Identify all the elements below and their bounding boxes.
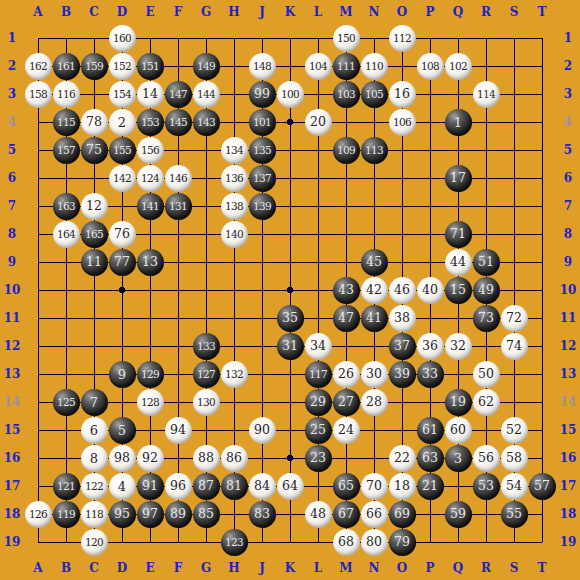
stone-D2[interactable]: 152	[109, 53, 136, 80]
stone-number: 114	[477, 89, 495, 100]
stone-number: 160	[113, 33, 131, 44]
stone-number: 127	[197, 369, 215, 380]
stone-number: 53	[478, 480, 494, 493]
row-label-11: 11	[556, 304, 580, 332]
stone-J5[interactable]: 135	[249, 137, 276, 164]
stone-N10[interactable]: 42	[361, 277, 388, 304]
column-label-C: C	[80, 556, 108, 580]
stone-N13[interactable]: 30	[361, 361, 388, 388]
stone-F18[interactable]: 89	[165, 501, 192, 528]
stone-number: 132	[225, 369, 243, 380]
stone-number: 120	[85, 537, 103, 548]
row-label-13: 13	[556, 360, 580, 388]
stone-F17[interactable]: 96	[165, 473, 192, 500]
stone-number: 23	[310, 452, 326, 465]
column-label-F: F	[164, 0, 192, 24]
stone-A3[interactable]: 158	[25, 81, 52, 108]
stone-E4[interactable]: 153	[137, 109, 164, 136]
stone-B7[interactable]: 163	[53, 193, 80, 220]
stone-L18[interactable]: 48	[305, 501, 332, 528]
stone-B14[interactable]: 125	[53, 389, 80, 416]
stone-C17[interactable]: 122	[81, 473, 108, 500]
stone-C2[interactable]: 159	[81, 53, 108, 80]
stone-number: 31	[282, 340, 298, 353]
stone-C7[interactable]: 12	[81, 193, 108, 220]
stone-D16[interactable]: 98	[109, 445, 136, 472]
stone-L15[interactable]: 25	[305, 417, 332, 444]
stone-number: 124	[141, 173, 159, 184]
stone-L4[interactable]: 20	[305, 109, 332, 136]
row-label-1: 1	[0, 24, 24, 52]
stone-T17[interactable]: 57	[529, 473, 556, 500]
stone-J6[interactable]: 137	[249, 165, 276, 192]
stone-E16[interactable]: 92	[137, 445, 164, 472]
stone-number: 143	[197, 117, 215, 128]
stone-L12[interactable]: 34	[305, 333, 332, 360]
stone-number: 22	[394, 452, 410, 465]
stone-D15[interactable]: 5	[109, 417, 136, 444]
stone-O12[interactable]: 37	[389, 333, 416, 360]
stone-H16[interactable]: 86	[221, 445, 248, 472]
stone-D5[interactable]: 155	[109, 137, 136, 164]
stone-S16[interactable]: 58	[501, 445, 528, 472]
stone-Q6[interactable]: 17	[445, 165, 472, 192]
stone-C4[interactable]: 78	[81, 109, 108, 136]
stone-B8[interactable]: 164	[53, 221, 80, 248]
stone-number: 138	[225, 201, 243, 212]
stone-H5[interactable]: 134	[221, 137, 248, 164]
go-board[interactable]: 1234567891112131415161718192021222324252…	[24, 24, 556, 556]
stone-D6[interactable]: 142	[109, 165, 136, 192]
stone-J15[interactable]: 90	[249, 417, 276, 444]
stone-P16[interactable]: 63	[417, 445, 444, 472]
stone-number: 163	[57, 201, 75, 212]
stone-number: 141	[141, 201, 159, 212]
stone-number: 95	[114, 508, 130, 521]
stone-number: 78	[86, 116, 102, 129]
stone-E2[interactable]: 151	[137, 53, 164, 80]
stone-M10[interactable]: 43	[333, 277, 360, 304]
row-label-16: 16	[556, 444, 580, 472]
stone-number: 101	[253, 117, 271, 128]
stone-M17[interactable]: 65	[333, 473, 360, 500]
column-label-L: L	[304, 0, 332, 24]
stone-R14[interactable]: 62	[473, 389, 500, 416]
row-label-5: 5	[0, 136, 24, 164]
stone-number: 4	[118, 480, 126, 493]
stone-S18[interactable]: 55	[501, 501, 528, 528]
stone-M13[interactable]: 26	[333, 361, 360, 388]
row-label-13: 13	[0, 360, 24, 388]
row-label-19: 19	[0, 528, 24, 556]
stone-B18[interactable]: 119	[53, 501, 80, 528]
stone-G14[interactable]: 130	[193, 389, 220, 416]
stone-G4[interactable]: 143	[193, 109, 220, 136]
stone-O3[interactable]: 16	[389, 81, 416, 108]
stone-E18[interactable]: 97	[137, 501, 164, 528]
stone-D9[interactable]: 77	[109, 249, 136, 276]
stone-C14[interactable]: 7	[81, 389, 108, 416]
stone-number: 113	[365, 145, 383, 156]
stone-number: 56	[478, 452, 494, 465]
stone-F15[interactable]: 94	[165, 417, 192, 444]
stone-D18[interactable]: 95	[109, 501, 136, 528]
stone-number: 1	[454, 116, 462, 129]
stone-G16[interactable]: 88	[193, 445, 220, 472]
stone-Q2[interactable]: 102	[445, 53, 472, 80]
stone-number: 30	[366, 368, 382, 381]
column-label-A: A	[24, 0, 52, 24]
stone-number: 47	[338, 312, 354, 325]
row-label-14: 14	[556, 388, 580, 416]
stone-G2[interactable]: 149	[193, 53, 220, 80]
stone-D13[interactable]: 9	[109, 361, 136, 388]
stone-number: 126	[29, 509, 47, 520]
stone-number: 152	[113, 61, 131, 72]
stone-D4[interactable]: 2	[109, 109, 136, 136]
row-label-18: 18	[556, 500, 580, 528]
stone-number: 110	[365, 61, 383, 72]
stone-P15[interactable]: 61	[417, 417, 444, 444]
stone-number: 36	[422, 340, 438, 353]
column-label-M: M	[332, 0, 360, 24]
stone-number: 67	[338, 508, 354, 521]
stone-number: 70	[366, 480, 382, 493]
stone-J7[interactable]: 139	[249, 193, 276, 220]
stone-N19[interactable]: 80	[361, 529, 388, 556]
stone-G18[interactable]: 85	[193, 501, 220, 528]
stone-number: 129	[141, 369, 159, 380]
column-label-O: O	[388, 556, 416, 580]
stone-N3[interactable]: 105	[361, 81, 388, 108]
stone-J2[interactable]: 148	[249, 53, 276, 80]
row-label-15: 15	[556, 416, 580, 444]
stone-G3[interactable]: 144	[193, 81, 220, 108]
column-label-S: S	[500, 0, 528, 24]
stone-number: 5	[118, 424, 126, 437]
stone-number: 102	[449, 61, 467, 72]
stone-C9[interactable]: 11	[81, 249, 108, 276]
stone-number: 7	[90, 396, 98, 409]
stone-A18[interactable]: 126	[25, 501, 52, 528]
stone-P10[interactable]: 40	[417, 277, 444, 304]
stone-number: 119	[57, 509, 75, 520]
row-label-16: 16	[0, 444, 24, 472]
stone-H8[interactable]: 140	[221, 221, 248, 248]
stone-number: 19	[450, 396, 466, 409]
stone-D8[interactable]: 76	[109, 221, 136, 248]
stone-C5[interactable]: 75	[81, 137, 108, 164]
stone-number: 65	[338, 480, 354, 493]
stone-M5[interactable]: 109	[333, 137, 360, 164]
stone-number: 75	[86, 144, 102, 157]
stone-number: 21	[422, 480, 438, 493]
stone-K3[interactable]: 100	[277, 81, 304, 108]
stone-F6[interactable]: 146	[165, 165, 192, 192]
stone-R17[interactable]: 53	[473, 473, 500, 500]
stone-number: 150	[337, 33, 355, 44]
stone-R13[interactable]: 50	[473, 361, 500, 388]
stone-E7[interactable]: 141	[137, 193, 164, 220]
column-label-B: B	[52, 556, 80, 580]
stone-J4[interactable]: 101	[249, 109, 276, 136]
stone-S15[interactable]: 52	[501, 417, 528, 444]
stone-O10[interactable]: 46	[389, 277, 416, 304]
stone-K11[interactable]: 35	[277, 305, 304, 332]
stone-S17[interactable]: 54	[501, 473, 528, 500]
row-label-14: 14	[0, 388, 24, 416]
stone-Q8[interactable]: 71	[445, 221, 472, 248]
stone-O11[interactable]: 38	[389, 305, 416, 332]
column-label-T: T	[528, 0, 556, 24]
stone-number: 33	[422, 368, 438, 381]
stone-G13[interactable]: 127	[193, 361, 220, 388]
column-label-T: T	[528, 556, 556, 580]
column-label-K: K	[276, 556, 304, 580]
stone-P13[interactable]: 33	[417, 361, 444, 388]
column-label-M: M	[332, 556, 360, 580]
stone-L16[interactable]: 23	[305, 445, 332, 472]
stone-M1[interactable]: 150	[333, 25, 360, 52]
stone-N2[interactable]: 110	[361, 53, 388, 80]
stone-H17[interactable]: 81	[221, 473, 248, 500]
column-label-N: N	[360, 0, 388, 24]
stone-F4[interactable]: 145	[165, 109, 192, 136]
row-labels-left: 12345678910111213141516171819	[0, 24, 24, 556]
stone-number: 37	[394, 340, 410, 353]
stone-J3[interactable]: 99	[249, 81, 276, 108]
column-label-H: H	[220, 0, 248, 24]
stone-number: 122	[85, 481, 103, 492]
stone-number: 66	[366, 508, 382, 521]
stone-number: 60	[450, 424, 466, 437]
stone-number: 27	[338, 396, 354, 409]
stone-F7[interactable]: 131	[165, 193, 192, 220]
stone-Q18[interactable]: 59	[445, 501, 472, 528]
stone-N5[interactable]: 113	[361, 137, 388, 164]
stone-E14[interactable]: 128	[137, 389, 164, 416]
stone-E5[interactable]: 156	[137, 137, 164, 164]
stone-N9[interactable]: 45	[361, 249, 388, 276]
stone-number: 28	[366, 396, 382, 409]
stone-P17[interactable]: 21	[417, 473, 444, 500]
row-label-8: 8	[0, 220, 24, 248]
stone-B17[interactable]: 121	[53, 473, 80, 500]
stone-number: 149	[197, 61, 215, 72]
stone-number: 11	[86, 256, 102, 269]
stone-N18[interactable]: 66	[361, 501, 388, 528]
stone-B2[interactable]: 161	[53, 53, 80, 80]
stone-J17[interactable]: 84	[249, 473, 276, 500]
stone-R16[interactable]: 56	[473, 445, 500, 472]
stone-S11[interactable]: 72	[501, 305, 528, 332]
stone-F3[interactable]: 147	[165, 81, 192, 108]
stone-J18[interactable]: 83	[249, 501, 276, 528]
stone-Q4[interactable]: 1	[445, 109, 472, 136]
stone-number: 142	[113, 173, 131, 184]
column-label-E: E	[136, 556, 164, 580]
stone-number: 148	[253, 61, 271, 72]
stone-B5[interactable]: 157	[53, 137, 80, 164]
stone-O17[interactable]: 18	[389, 473, 416, 500]
stone-O19[interactable]: 79	[389, 529, 416, 556]
stone-M14[interactable]: 27	[333, 389, 360, 416]
stone-number: 54	[506, 480, 522, 493]
row-label-12: 12	[556, 332, 580, 360]
stone-R3[interactable]: 114	[473, 81, 500, 108]
stone-number: 41	[366, 312, 382, 325]
stone-number: 134	[225, 145, 243, 156]
stone-O4[interactable]: 106	[389, 109, 416, 136]
stone-B4[interactable]: 115	[53, 109, 80, 136]
stone-number: 84	[254, 480, 270, 493]
stone-M18[interactable]: 67	[333, 501, 360, 528]
stone-E6[interactable]: 124	[137, 165, 164, 192]
stone-N14[interactable]: 28	[361, 389, 388, 416]
stone-A2[interactable]: 162	[25, 53, 52, 80]
row-label-15: 15	[0, 416, 24, 444]
stone-number: 55	[506, 508, 522, 521]
stone-Q16[interactable]: 3	[445, 445, 472, 472]
stone-Q14[interactable]: 19	[445, 389, 472, 416]
stone-R11[interactable]: 73	[473, 305, 500, 332]
stone-number: 24	[338, 424, 354, 437]
row-label-1: 1	[556, 24, 580, 52]
row-label-2: 2	[556, 52, 580, 80]
stone-C18[interactable]: 118	[81, 501, 108, 528]
stone-number: 80	[366, 536, 382, 549]
stone-number: 25	[310, 424, 326, 437]
stone-O13[interactable]: 39	[389, 361, 416, 388]
stone-Q10[interactable]: 15	[445, 277, 472, 304]
stone-number: 76	[114, 228, 130, 241]
stone-M2[interactable]: 111	[333, 53, 360, 80]
stone-H13[interactable]: 132	[221, 361, 248, 388]
stone-number: 58	[506, 452, 522, 465]
stone-D3[interactable]: 154	[109, 81, 136, 108]
column-label-P: P	[416, 0, 444, 24]
row-label-17: 17	[556, 472, 580, 500]
stone-number: 20	[310, 116, 326, 129]
stone-S12[interactable]: 74	[501, 333, 528, 360]
stone-C8[interactable]: 165	[81, 221, 108, 248]
stone-Q12[interactable]: 32	[445, 333, 472, 360]
stone-number: 85	[198, 508, 214, 521]
stone-number: 34	[310, 340, 326, 353]
stone-number: 59	[450, 508, 466, 521]
stone-number: 147	[169, 89, 187, 100]
stone-C19[interactable]: 120	[81, 529, 108, 556]
row-label-10: 10	[556, 276, 580, 304]
column-label-B: B	[52, 0, 80, 24]
stone-number: 69	[394, 508, 410, 521]
row-label-6: 6	[556, 164, 580, 192]
stone-number: 90	[254, 424, 270, 437]
stone-K17[interactable]: 64	[277, 473, 304, 500]
stone-number: 165	[85, 229, 103, 240]
stone-number: 154	[113, 89, 131, 100]
stone-N11[interactable]: 41	[361, 305, 388, 332]
stone-number: 116	[57, 89, 75, 100]
row-label-9: 9	[0, 248, 24, 276]
stone-number: 64	[282, 480, 298, 493]
stone-O1[interactable]: 112	[389, 25, 416, 52]
stone-number: 63	[422, 452, 438, 465]
stone-E13[interactable]: 129	[137, 361, 164, 388]
stone-number: 48	[310, 508, 326, 521]
stone-M15[interactable]: 24	[333, 417, 360, 444]
stone-M11[interactable]: 47	[333, 305, 360, 332]
stone-L14[interactable]: 29	[305, 389, 332, 416]
stone-G17[interactable]: 87	[193, 473, 220, 500]
stone-number: 137	[253, 173, 271, 184]
column-label-C: C	[80, 0, 108, 24]
stone-L13[interactable]: 117	[305, 361, 332, 388]
stone-E9[interactable]: 13	[137, 249, 164, 276]
stone-M3[interactable]: 103	[333, 81, 360, 108]
stone-number: 45	[366, 256, 382, 269]
stone-H6[interactable]: 136	[221, 165, 248, 192]
stone-number: 153	[141, 117, 159, 128]
stone-L2[interactable]: 104	[305, 53, 332, 80]
stone-number: 62	[478, 396, 494, 409]
stone-H19[interactable]: 123	[221, 529, 248, 556]
stone-R9[interactable]: 51	[473, 249, 500, 276]
column-label-G: G	[192, 556, 220, 580]
stone-number: 13	[142, 256, 158, 269]
stone-G12[interactable]: 133	[193, 333, 220, 360]
stone-E17[interactable]: 91	[137, 473, 164, 500]
stone-O18[interactable]: 69	[389, 501, 416, 528]
row-label-3: 3	[556, 80, 580, 108]
column-label-L: L	[304, 556, 332, 580]
stone-number: 111	[337, 61, 355, 72]
stone-B3[interactable]: 116	[53, 81, 80, 108]
stone-number: 17	[450, 172, 466, 185]
stone-H7[interactable]: 138	[221, 193, 248, 220]
stone-number: 123	[225, 537, 243, 548]
column-labels-top: ABCDEFGHJKLMNOPQRST	[24, 0, 556, 24]
stone-Q9[interactable]: 44	[445, 249, 472, 276]
stone-number: 109	[337, 145, 355, 156]
stone-number: 105	[365, 89, 383, 100]
stone-number: 136	[225, 173, 243, 184]
stone-N17[interactable]: 70	[361, 473, 388, 500]
stone-O16[interactable]: 22	[389, 445, 416, 472]
column-label-E: E	[136, 0, 164, 24]
stone-number: 104	[309, 61, 327, 72]
stone-Q15[interactable]: 60	[445, 417, 472, 444]
stone-D1[interactable]: 160	[109, 25, 136, 52]
stone-C16[interactable]: 8	[81, 445, 108, 472]
stone-K12[interactable]: 31	[277, 333, 304, 360]
stone-C15[interactable]: 6	[81, 417, 108, 444]
stone-number: 103	[337, 89, 355, 100]
row-label-5: 5	[556, 136, 580, 164]
column-label-S: S	[500, 556, 528, 580]
stone-E3[interactable]: 14	[137, 81, 164, 108]
stone-number: 106	[393, 117, 411, 128]
column-label-K: K	[276, 0, 304, 24]
stone-M19[interactable]: 68	[333, 529, 360, 556]
stone-P2[interactable]: 108	[417, 53, 444, 80]
stone-R10[interactable]: 49	[473, 277, 500, 304]
stone-D17[interactable]: 4	[109, 473, 136, 500]
row-label-6: 6	[0, 164, 24, 192]
stone-P12[interactable]: 36	[417, 333, 444, 360]
stone-number: 74	[506, 340, 522, 353]
stone-number: 29	[310, 396, 326, 409]
